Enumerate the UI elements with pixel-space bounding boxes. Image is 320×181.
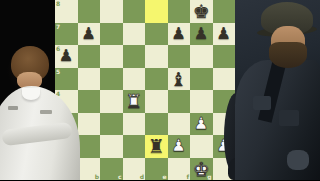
soldier-cap-brim: [257, 24, 318, 38]
square-h2[interactable]: ♟: [213, 135, 236, 158]
soldier-beard: [269, 42, 307, 68]
rank-label-2: 2: [56, 135, 60, 142]
file-label-d: d: [140, 173, 144, 180]
square-d2[interactable]: [123, 135, 146, 158]
square-g1[interactable]: g♚: [190, 158, 213, 181]
rank-label-3: 3: [56, 113, 60, 120]
square-e8[interactable]: [145, 0, 168, 23]
square-d4[interactable]: ♜: [123, 90, 146, 113]
square-h8[interactable]: [213, 0, 236, 23]
square-c7[interactable]: [100, 23, 123, 46]
rank-label-8: 8: [56, 0, 60, 7]
square-h6[interactable]: [213, 45, 236, 68]
square-f2[interactable]: ♟: [168, 135, 191, 158]
square-d6[interactable]: [123, 45, 146, 68]
square-h3[interactable]: [213, 113, 236, 136]
square-c6[interactable]: [100, 45, 123, 68]
square-d5[interactable]: [123, 68, 146, 91]
square-a4[interactable]: 4: [55, 90, 78, 113]
square-a6[interactable]: 6♟: [55, 45, 78, 68]
square-h7[interactable]: ♟: [213, 23, 236, 46]
square-g5[interactable]: [190, 68, 213, 91]
soldier-photo: [235, 0, 320, 180]
square-b4[interactable]: [78, 90, 101, 113]
chess-board: 8♚7♟♟♟♟6♟5♝4♜3♟♟2♜♟♟1abcdefg♚h: [55, 0, 235, 180]
square-d1[interactable]: d: [123, 158, 146, 181]
square-h5[interactable]: [213, 68, 236, 91]
square-e7[interactable]: [145, 23, 168, 46]
square-f6[interactable]: [168, 45, 191, 68]
square-c4[interactable]: [100, 90, 123, 113]
left-photo-background: [0, 0, 55, 180]
square-a3[interactable]: 3♟: [55, 113, 78, 136]
square-f5[interactable]: ♝: [168, 68, 191, 91]
rank-label-4: 4: [56, 90, 60, 97]
file-label-g: g: [207, 173, 211, 180]
square-c3[interactable]: [100, 113, 123, 136]
square-c1[interactable]: c: [100, 158, 123, 181]
rank-label-6: 6: [56, 45, 60, 52]
square-a5[interactable]: 5: [55, 68, 78, 91]
square-b1[interactable]: b: [78, 158, 101, 181]
black-bishop: ♝: [168, 68, 191, 91]
white-pawn: ♟: [168, 135, 191, 158]
square-b5[interactable]: [78, 68, 101, 91]
soldier-glove: [287, 150, 309, 170]
white-pawn: ♟: [213, 135, 236, 158]
file-label-f: f: [186, 173, 189, 180]
vest-pouch: [253, 96, 271, 110]
square-c2[interactable]: [100, 135, 123, 158]
square-g6[interactable]: [190, 45, 213, 68]
file-label-h: h: [230, 173, 234, 180]
square-b2[interactable]: [78, 135, 101, 158]
rank-label-5: 5: [56, 68, 60, 75]
square-d8[interactable]: [123, 0, 146, 23]
square-b8[interactable]: [78, 0, 101, 23]
square-b3[interactable]: [78, 113, 101, 136]
square-a7[interactable]: 7: [55, 23, 78, 46]
square-g4[interactable]: [190, 90, 213, 113]
square-c8[interactable]: [100, 0, 123, 23]
soldier-vest: [235, 60, 320, 180]
square-g8[interactable]: ♚: [190, 0, 213, 23]
black-pawn: ♟: [213, 23, 236, 46]
black-pawn: ♟: [168, 23, 191, 46]
square-h4[interactable]: [213, 90, 236, 113]
square-d3[interactable]: [123, 113, 146, 136]
thumbnail-stage: 8♚7♟♟♟♟6♟5♝4♜3♟♟2♜♟♟1abcdefg♚h: [0, 0, 320, 180]
square-e3[interactable]: [145, 113, 168, 136]
file-label-e: e: [162, 173, 166, 180]
rank-label-1: 1: [56, 158, 60, 165]
square-g3[interactable]: ♟: [190, 113, 213, 136]
file-label-c: c: [118, 173, 122, 180]
square-f4[interactable]: [168, 90, 191, 113]
square-d7[interactable]: [123, 23, 146, 46]
vest-pouch: [279, 110, 299, 126]
soldier-cap: [261, 2, 313, 34]
black-rook: ♜: [145, 135, 168, 158]
file-label-b: b: [95, 173, 99, 180]
black-king: ♚: [190, 0, 213, 23]
square-f1[interactable]: f: [168, 158, 191, 181]
white-rook: ♜: [123, 90, 146, 113]
square-f8[interactable]: [168, 0, 191, 23]
square-f3[interactable]: [168, 113, 191, 136]
black-pawn: ♟: [190, 23, 213, 46]
square-e6[interactable]: [145, 45, 168, 68]
square-g7[interactable]: ♟: [190, 23, 213, 46]
square-a2[interactable]: 2: [55, 135, 78, 158]
square-b7[interactable]: ♟: [78, 23, 101, 46]
square-e2[interactable]: ♜: [145, 135, 168, 158]
file-label-a: a: [72, 173, 76, 180]
square-a1[interactable]: 1a: [55, 158, 78, 181]
rank-label-7: 7: [56, 23, 60, 30]
square-g2[interactable]: [190, 135, 213, 158]
square-c5[interactable]: [100, 68, 123, 91]
square-e5[interactable]: [145, 68, 168, 91]
square-a8[interactable]: 8: [55, 0, 78, 23]
square-b6[interactable]: [78, 45, 101, 68]
square-h1[interactable]: h: [213, 158, 236, 181]
white-pawn: ♟: [190, 113, 213, 136]
black-pawn: ♟: [78, 23, 101, 46]
soldier-face: [271, 26, 305, 58]
square-f7[interactable]: ♟: [168, 23, 191, 46]
vest-strap: [258, 61, 286, 123]
square-e4[interactable]: [145, 90, 168, 113]
square-e1[interactable]: e: [145, 158, 168, 181]
